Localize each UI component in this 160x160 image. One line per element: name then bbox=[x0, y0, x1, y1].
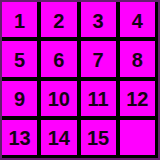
tile-9[interactable]: 9 bbox=[2, 81, 37, 116]
tile-2[interactable]: 2 bbox=[41, 2, 76, 37]
tile-10[interactable]: 10 bbox=[41, 81, 76, 116]
empty-cell bbox=[120, 120, 155, 155]
tile-6[interactable]: 6 bbox=[41, 41, 76, 76]
tile-7[interactable]: 7 bbox=[81, 41, 116, 76]
tile-1[interactable]: 1 bbox=[2, 2, 37, 37]
tile-4[interactable]: 4 bbox=[120, 2, 155, 37]
tile-11[interactable]: 11 bbox=[81, 81, 116, 116]
puzzle-board: 123456789101112131415 bbox=[0, 0, 160, 160]
tile-3[interactable]: 3 bbox=[81, 2, 116, 37]
tile-15[interactable]: 15 bbox=[81, 120, 116, 155]
tile-14[interactable]: 14 bbox=[41, 120, 76, 155]
tile-12[interactable]: 12 bbox=[120, 81, 155, 116]
tile-5[interactable]: 5 bbox=[2, 41, 37, 76]
tile-13[interactable]: 13 bbox=[2, 120, 37, 155]
tile-8[interactable]: 8 bbox=[120, 41, 155, 76]
